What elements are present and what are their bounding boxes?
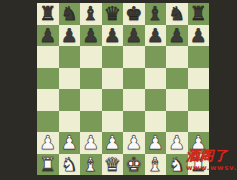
square-c6[interactable] — [80, 46, 102, 68]
square-c3[interactable] — [80, 111, 102, 133]
piece-white-pawn[interactable]: ♟ — [39, 133, 56, 152]
page-background: ♜♞♝♛♚♝♞♜♟♟♟♟♟♟♟♟♟♟♟♟♟♟♟♟♜♞♝♛♚♝♞♜ 酒阁了 www… — [0, 0, 237, 180]
piece-black-rook[interactable]: ♜ — [190, 4, 207, 23]
piece-white-bishop[interactable]: ♝ — [147, 154, 164, 173]
square-d5[interactable] — [102, 68, 124, 90]
chess-board[interactable]: ♜♞♝♛♚♝♞♜♟♟♟♟♟♟♟♟♟♟♟♟♟♟♟♟♜♞♝♛♚♝♞♜ — [37, 3, 209, 175]
square-b8[interactable]: ♞ — [59, 3, 81, 25]
square-b2[interactable]: ♟ — [59, 132, 81, 154]
piece-white-king[interactable]: ♚ — [125, 154, 142, 173]
square-a2[interactable]: ♟ — [37, 132, 59, 154]
square-f6[interactable] — [145, 46, 167, 68]
piece-black-pawn[interactable]: ♟ — [125, 25, 142, 44]
piece-white-pawn[interactable]: ♟ — [104, 133, 121, 152]
square-f1[interactable]: ♝ — [145, 154, 167, 176]
square-h3[interactable] — [188, 111, 210, 133]
square-g3[interactable] — [166, 111, 188, 133]
square-a6[interactable] — [37, 46, 59, 68]
piece-white-knight[interactable]: ♞ — [61, 154, 78, 173]
piece-white-pawn[interactable]: ♟ — [82, 133, 99, 152]
square-h4[interactable] — [188, 89, 210, 111]
square-a7[interactable]: ♟ — [37, 25, 59, 47]
piece-black-knight[interactable]: ♞ — [61, 4, 78, 23]
square-b4[interactable] — [59, 89, 81, 111]
piece-black-pawn[interactable]: ♟ — [61, 25, 78, 44]
square-h6[interactable] — [188, 46, 210, 68]
piece-white-pawn[interactable]: ♟ — [190, 133, 207, 152]
piece-white-pawn[interactable]: ♟ — [147, 133, 164, 152]
square-g7[interactable]: ♟ — [166, 25, 188, 47]
piece-black-pawn[interactable]: ♟ — [190, 25, 207, 44]
piece-white-pawn[interactable]: ♟ — [125, 133, 142, 152]
piece-white-queen[interactable]: ♛ — [104, 154, 121, 173]
piece-white-knight[interactable]: ♞ — [168, 154, 185, 173]
piece-black-pawn[interactable]: ♟ — [39, 25, 56, 44]
square-b7[interactable]: ♟ — [59, 25, 81, 47]
square-b3[interactable] — [59, 111, 81, 133]
square-e5[interactable] — [123, 68, 145, 90]
square-c5[interactable] — [80, 68, 102, 90]
piece-black-rook[interactable]: ♜ — [39, 4, 56, 23]
square-c1[interactable]: ♝ — [80, 154, 102, 176]
square-e4[interactable] — [123, 89, 145, 111]
square-h8[interactable]: ♜ — [188, 3, 210, 25]
square-d8[interactable]: ♛ — [102, 3, 124, 25]
square-b5[interactable] — [59, 68, 81, 90]
piece-black-bishop[interactable]: ♝ — [147, 4, 164, 23]
square-g6[interactable] — [166, 46, 188, 68]
square-c2[interactable]: ♟ — [80, 132, 102, 154]
square-f3[interactable] — [145, 111, 167, 133]
square-f5[interactable] — [145, 68, 167, 90]
square-d2[interactable]: ♟ — [102, 132, 124, 154]
square-e8[interactable]: ♚ — [123, 3, 145, 25]
square-h5[interactable] — [188, 68, 210, 90]
piece-black-knight[interactable]: ♞ — [168, 4, 185, 23]
piece-black-pawn[interactable]: ♟ — [104, 25, 121, 44]
piece-black-king[interactable]: ♚ — [125, 4, 142, 23]
square-c7[interactable]: ♟ — [80, 25, 102, 47]
piece-black-pawn[interactable]: ♟ — [147, 25, 164, 44]
square-e7[interactable]: ♟ — [123, 25, 145, 47]
square-a5[interactable] — [37, 68, 59, 90]
square-a1[interactable]: ♜ — [37, 154, 59, 176]
square-d1[interactable]: ♛ — [102, 154, 124, 176]
square-g4[interactable] — [166, 89, 188, 111]
square-d4[interactable] — [102, 89, 124, 111]
square-e1[interactable]: ♚ — [123, 154, 145, 176]
square-h7[interactable]: ♟ — [188, 25, 210, 47]
square-b6[interactable] — [59, 46, 81, 68]
square-f8[interactable]: ♝ — [145, 3, 167, 25]
square-g2[interactable]: ♟ — [166, 132, 188, 154]
square-g1[interactable]: ♞ — [166, 154, 188, 176]
piece-white-pawn[interactable]: ♟ — [168, 133, 185, 152]
square-e2[interactable]: ♟ — [123, 132, 145, 154]
piece-black-pawn[interactable]: ♟ — [82, 25, 99, 44]
piece-white-rook[interactable]: ♜ — [190, 154, 207, 173]
piece-black-pawn[interactable]: ♟ — [168, 25, 185, 44]
square-e3[interactable] — [123, 111, 145, 133]
square-c8[interactable]: ♝ — [80, 3, 102, 25]
piece-white-pawn[interactable]: ♟ — [61, 133, 78, 152]
square-g8[interactable]: ♞ — [166, 3, 188, 25]
square-e6[interactable] — [123, 46, 145, 68]
square-a3[interactable] — [37, 111, 59, 133]
square-h1[interactable]: ♜ — [188, 154, 210, 176]
square-a8[interactable]: ♜ — [37, 3, 59, 25]
square-f7[interactable]: ♟ — [145, 25, 167, 47]
square-a4[interactable] — [37, 89, 59, 111]
piece-white-rook[interactable]: ♜ — [39, 154, 56, 173]
piece-black-bishop[interactable]: ♝ — [82, 4, 99, 23]
piece-white-bishop[interactable]: ♝ — [82, 154, 99, 173]
square-d6[interactable] — [102, 46, 124, 68]
square-f4[interactable] — [145, 89, 167, 111]
square-c4[interactable] — [80, 89, 102, 111]
square-h2[interactable]: ♟ — [188, 132, 210, 154]
square-g5[interactable] — [166, 68, 188, 90]
square-d3[interactable] — [102, 111, 124, 133]
square-d7[interactable]: ♟ — [102, 25, 124, 47]
piece-black-queen[interactable]: ♛ — [104, 4, 121, 23]
square-f2[interactable]: ♟ — [145, 132, 167, 154]
square-b1[interactable]: ♞ — [59, 154, 81, 176]
